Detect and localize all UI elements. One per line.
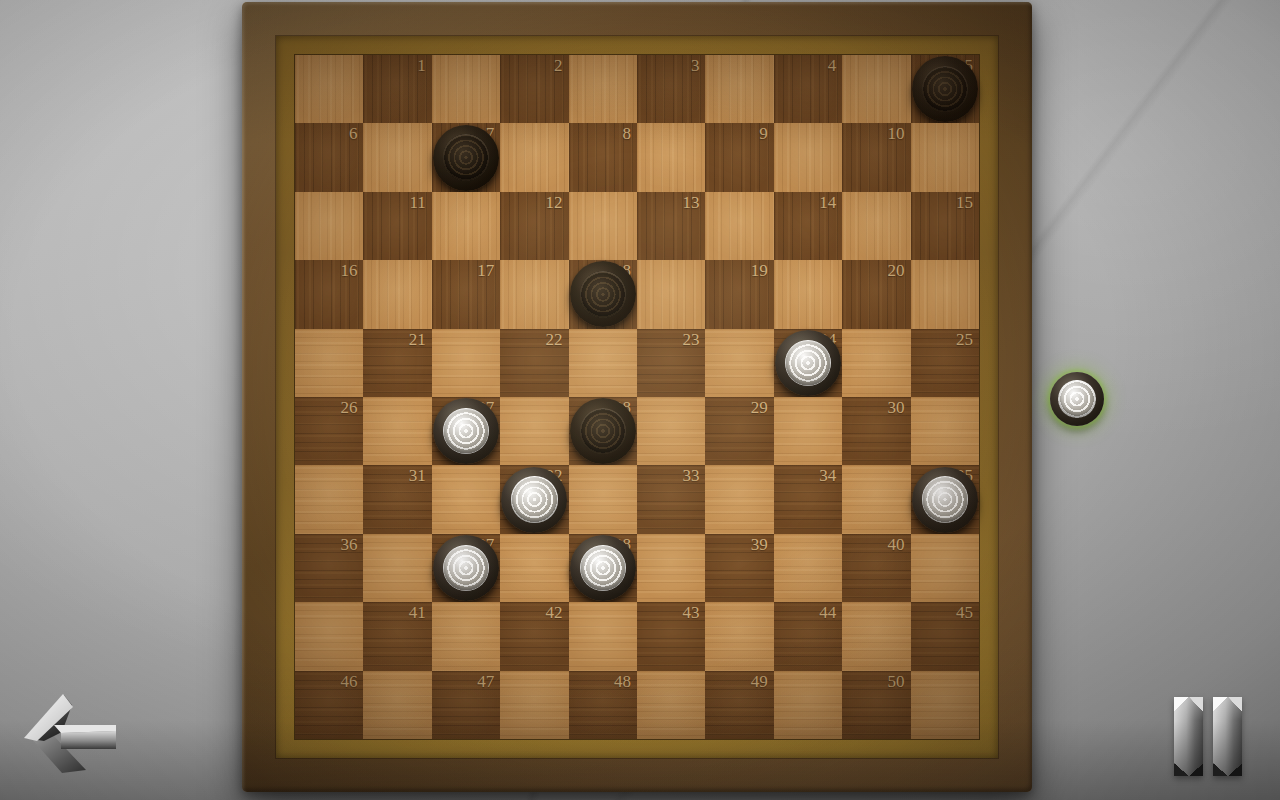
light-square — [774, 123, 842, 191]
square-number: 29 — [751, 398, 768, 418]
light-square — [637, 123, 705, 191]
square-number: 49 — [751, 672, 768, 692]
light-square — [705, 55, 773, 123]
draughts-board: 1234567891011121314151617181920212223242… — [242, 2, 1032, 792]
square-16[interactable]: 16 — [295, 260, 363, 328]
light-square — [295, 55, 363, 123]
light-square — [363, 260, 431, 328]
square-number: 17 — [477, 261, 494, 281]
pause-icon — [1213, 697, 1242, 776]
light-square — [295, 329, 363, 397]
light-square — [637, 397, 705, 465]
light-square — [432, 329, 500, 397]
board-grid: 1234567891011121314151617181920212223242… — [295, 55, 979, 739]
square-50[interactable]: 50 — [842, 671, 910, 739]
light-square — [842, 55, 910, 123]
light-square — [500, 671, 568, 739]
light-square — [363, 534, 431, 602]
light-square — [432, 55, 500, 123]
light-square — [637, 671, 705, 739]
square-number: 45 — [956, 603, 973, 623]
light-square — [705, 192, 773, 260]
light-square — [637, 260, 705, 328]
off-board-white-piece[interactable] — [1050, 372, 1104, 426]
square-11[interactable]: 11 — [363, 192, 431, 260]
square-8[interactable]: 8 — [569, 123, 637, 191]
square-number: 3 — [691, 56, 700, 76]
light-square — [774, 397, 842, 465]
pause-icon — [1174, 697, 1203, 776]
light-square — [705, 602, 773, 670]
square-36[interactable]: 36 — [295, 534, 363, 602]
square-number: 47 — [477, 672, 494, 692]
square-number: 34 — [819, 466, 836, 486]
square-number: 50 — [888, 672, 905, 692]
square-2[interactable]: 2 — [500, 55, 568, 123]
square-number: 25 — [956, 330, 973, 350]
square-number: 8 — [623, 124, 632, 144]
light-square — [500, 397, 568, 465]
square-3[interactable]: 3 — [637, 55, 705, 123]
square-30[interactable]: 30 — [842, 397, 910, 465]
square-number: 4 — [828, 56, 837, 76]
light-square — [569, 602, 637, 670]
square-number: 31 — [409, 466, 426, 486]
white-piece-square-24[interactable] — [775, 330, 841, 396]
light-square — [500, 123, 568, 191]
square-27[interactable]: 27 — [432, 397, 500, 465]
square-28[interactable]: 28 — [569, 397, 637, 465]
square-33[interactable]: 33 — [637, 465, 705, 533]
square-7[interactable]: 7 — [432, 123, 500, 191]
light-square — [432, 192, 500, 260]
square-17[interactable]: 17 — [432, 260, 500, 328]
light-square — [911, 671, 979, 739]
square-48[interactable]: 48 — [569, 671, 637, 739]
square-4[interactable]: 4 — [774, 55, 842, 123]
light-square — [363, 397, 431, 465]
light-square — [842, 192, 910, 260]
light-square — [295, 465, 363, 533]
light-square — [569, 192, 637, 260]
square-number: 41 — [409, 603, 426, 623]
square-40[interactable]: 40 — [842, 534, 910, 602]
square-31[interactable]: 31 — [363, 465, 431, 533]
square-number: 33 — [682, 466, 699, 486]
square-46[interactable]: 46 — [295, 671, 363, 739]
square-41[interactable]: 41 — [363, 602, 431, 670]
square-13[interactable]: 13 — [637, 192, 705, 260]
white-piece-square-37[interactable] — [433, 535, 499, 601]
square-15[interactable]: 15 — [911, 192, 979, 260]
square-number: 16 — [340, 261, 357, 281]
square-19[interactable]: 19 — [705, 260, 773, 328]
square-number: 39 — [751, 535, 768, 555]
square-32[interactable]: 32 — [500, 465, 568, 533]
square-38[interactable]: 38 — [569, 534, 637, 602]
light-square — [363, 671, 431, 739]
back-button[interactable] — [20, 682, 120, 774]
light-square — [911, 534, 979, 602]
light-square — [842, 602, 910, 670]
square-number: 42 — [546, 603, 563, 623]
square-34[interactable]: 34 — [774, 465, 842, 533]
square-42[interactable]: 42 — [500, 602, 568, 670]
board-inner-frame: 1234567891011121314151617181920212223242… — [276, 36, 998, 758]
square-24[interactable]: 24 — [774, 329, 842, 397]
light-square — [774, 534, 842, 602]
white-piece-square-35[interactable] — [912, 467, 978, 533]
light-square — [500, 260, 568, 328]
light-square — [432, 465, 500, 533]
square-number: 12 — [546, 193, 563, 213]
light-square — [911, 260, 979, 328]
square-25[interactable]: 25 — [911, 329, 979, 397]
light-square — [911, 397, 979, 465]
light-square — [569, 55, 637, 123]
white-piece-square-27[interactable] — [433, 398, 499, 464]
square-45[interactable]: 45 — [911, 602, 979, 670]
light-square — [569, 329, 637, 397]
square-1[interactable]: 1 — [363, 55, 431, 123]
white-piece-square-32[interactable] — [501, 467, 567, 533]
pause-button[interactable] — [1174, 697, 1243, 776]
square-number: 26 — [340, 398, 357, 418]
square-6[interactable]: 6 — [295, 123, 363, 191]
light-square — [637, 534, 705, 602]
square-39[interactable]: 39 — [705, 534, 773, 602]
square-number: 43 — [682, 603, 699, 623]
square-22[interactable]: 22 — [500, 329, 568, 397]
square-35[interactable]: 35 — [911, 465, 979, 533]
square-29[interactable]: 29 — [705, 397, 773, 465]
light-square — [295, 602, 363, 670]
square-number: 13 — [682, 193, 699, 213]
square-number: 11 — [409, 193, 425, 213]
square-number: 14 — [819, 193, 836, 213]
light-square — [705, 465, 773, 533]
square-number: 6 — [349, 124, 358, 144]
light-square — [569, 465, 637, 533]
square-26[interactable]: 26 — [295, 397, 363, 465]
light-square — [911, 123, 979, 191]
black-piece-square-28[interactable] — [570, 398, 636, 464]
square-47[interactable]: 47 — [432, 671, 500, 739]
game-screen: 1234567891011121314151617181920212223242… — [0, 0, 1280, 800]
black-piece-square-18[interactable] — [570, 261, 636, 327]
square-number: 46 — [340, 672, 357, 692]
square-number: 22 — [546, 330, 563, 350]
square-18[interactable]: 18 — [569, 260, 637, 328]
light-square — [295, 192, 363, 260]
square-49[interactable]: 49 — [705, 671, 773, 739]
square-23[interactable]: 23 — [637, 329, 705, 397]
square-10[interactable]: 10 — [842, 123, 910, 191]
square-44[interactable]: 44 — [774, 602, 842, 670]
square-number: 1 — [417, 56, 426, 76]
light-square — [842, 329, 910, 397]
square-number: 40 — [888, 535, 905, 555]
square-number: 19 — [751, 261, 768, 281]
light-square — [774, 671, 842, 739]
light-square — [842, 465, 910, 533]
square-number: 23 — [682, 330, 699, 350]
square-number: 10 — [888, 124, 905, 144]
light-square — [500, 534, 568, 602]
black-piece-square-7[interactable] — [433, 125, 499, 191]
light-square — [774, 260, 842, 328]
light-square — [432, 602, 500, 670]
light-square — [705, 329, 773, 397]
square-9[interactable]: 9 — [705, 123, 773, 191]
square-number: 15 — [956, 193, 973, 213]
square-14[interactable]: 14 — [774, 192, 842, 260]
black-piece-square-5[interactable] — [912, 56, 978, 122]
square-20[interactable]: 20 — [842, 260, 910, 328]
white-piece-square-38[interactable] — [570, 535, 636, 601]
square-43[interactable]: 43 — [637, 602, 705, 670]
back-arrow-icon — [20, 682, 120, 774]
light-square — [363, 123, 431, 191]
square-5[interactable]: 5 — [911, 55, 979, 123]
square-number: 9 — [759, 124, 768, 144]
square-number: 36 — [340, 535, 357, 555]
square-number: 30 — [888, 398, 905, 418]
square-21[interactable]: 21 — [363, 329, 431, 397]
square-number: 21 — [409, 330, 426, 350]
square-number: 20 — [888, 261, 905, 281]
square-37[interactable]: 37 — [432, 534, 500, 602]
square-number: 44 — [819, 603, 836, 623]
square-12[interactable]: 12 — [500, 192, 568, 260]
square-number: 48 — [614, 672, 631, 692]
square-number: 2 — [554, 56, 563, 76]
